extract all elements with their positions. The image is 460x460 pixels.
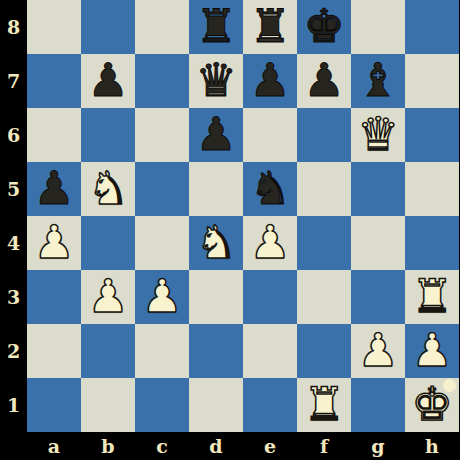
rank-label-1: 1 <box>0 378 27 432</box>
square-f5[interactable] <box>297 162 351 216</box>
file-label-c: c <box>135 432 189 460</box>
rank-label-2: 2 <box>0 324 27 378</box>
square-h5[interactable] <box>405 162 459 216</box>
square-h3[interactable]: ♜︎ <box>405 270 459 324</box>
black-knight-e5[interactable]: ♞︎ <box>249 165 290 211</box>
white-rook-h3[interactable]: ♜︎ <box>411 273 452 319</box>
black-rook-e8[interactable]: ♜︎ <box>249 3 290 49</box>
file-label-a: a <box>27 432 81 460</box>
white-pawn-c3[interactable]: ♟︎ <box>141 273 182 319</box>
square-g3[interactable] <box>351 270 405 324</box>
square-h7[interactable] <box>405 54 459 108</box>
square-g6[interactable]: ♛︎ <box>351 108 405 162</box>
white-knight-d4[interactable]: ♞︎ <box>195 219 236 265</box>
square-b6[interactable] <box>81 108 135 162</box>
rank-label-4: 4 <box>0 216 27 270</box>
file-label-d: d <box>189 432 243 460</box>
white-pawn-g2[interactable]: ♟︎ <box>357 327 398 373</box>
white-pawn-e4[interactable]: ♟︎ <box>249 219 290 265</box>
square-a1[interactable] <box>27 378 81 432</box>
black-pawn-b7[interactable]: ♟︎ <box>87 57 128 103</box>
square-c1[interactable] <box>135 378 189 432</box>
square-e8[interactable]: ♜︎ <box>243 0 297 54</box>
square-e5[interactable]: ♞︎ <box>243 162 297 216</box>
square-a4[interactable]: ♟︎ <box>27 216 81 270</box>
square-a2[interactable] <box>27 324 81 378</box>
square-h6[interactable] <box>405 108 459 162</box>
square-f3[interactable] <box>297 270 351 324</box>
rank-label-5: 5 <box>0 162 27 216</box>
square-c8[interactable] <box>135 0 189 54</box>
square-b2[interactable] <box>81 324 135 378</box>
square-e3[interactable] <box>243 270 297 324</box>
square-f8[interactable]: ♚︎ <box>297 0 351 54</box>
square-f4[interactable] <box>297 216 351 270</box>
square-d1[interactable] <box>189 378 243 432</box>
file-label-h: h <box>405 432 459 460</box>
square-d6[interactable]: ♟︎ <box>189 108 243 162</box>
rank-label-6: 6 <box>0 108 27 162</box>
square-g1[interactable] <box>351 378 405 432</box>
square-a8[interactable] <box>27 0 81 54</box>
rank-label-8: 8 <box>0 0 27 54</box>
black-pawn-d6[interactable]: ♟︎ <box>195 111 236 157</box>
black-pawn-a5[interactable]: ♟︎ <box>33 165 74 211</box>
black-queen-d7[interactable]: ♛︎ <box>195 57 236 103</box>
square-b3[interactable]: ♟︎ <box>81 270 135 324</box>
square-e6[interactable] <box>243 108 297 162</box>
square-b4[interactable] <box>81 216 135 270</box>
chess-board: ♜︎♜︎♚︎♟︎♛︎♟︎♟︎♝︎♟︎♛︎♟︎♞︎♞︎♟︎♞︎♟︎♟︎♟︎♜︎♟︎… <box>27 0 459 432</box>
rank-label-7: 7 <box>0 54 27 108</box>
square-h4[interactable] <box>405 216 459 270</box>
square-c7[interactable] <box>135 54 189 108</box>
square-g5[interactable] <box>351 162 405 216</box>
square-d2[interactable] <box>189 324 243 378</box>
square-c2[interactable] <box>135 324 189 378</box>
white-rook-f1[interactable]: ♜︎ <box>303 381 344 427</box>
square-e2[interactable] <box>243 324 297 378</box>
square-c5[interactable] <box>135 162 189 216</box>
file-label-g: g <box>351 432 405 460</box>
file-label-f: f <box>297 432 351 460</box>
white-pawn-h2[interactable]: ♟︎ <box>411 327 452 373</box>
square-g7[interactable]: ♝︎ <box>351 54 405 108</box>
black-pawn-f7[interactable]: ♟︎ <box>303 57 344 103</box>
square-a7[interactable] <box>27 54 81 108</box>
square-d7[interactable]: ♛︎ <box>189 54 243 108</box>
square-f2[interactable] <box>297 324 351 378</box>
square-g2[interactable]: ♟︎ <box>351 324 405 378</box>
square-b8[interactable] <box>81 0 135 54</box>
square-c4[interactable] <box>135 216 189 270</box>
square-f7[interactable]: ♟︎ <box>297 54 351 108</box>
square-g8[interactable] <box>351 0 405 54</box>
white-queen-g6[interactable]: ♛︎ <box>357 111 398 157</box>
white-to-move-indicator <box>443 379 456 392</box>
square-f6[interactable] <box>297 108 351 162</box>
square-c6[interactable] <box>135 108 189 162</box>
square-d3[interactable] <box>189 270 243 324</box>
black-pawn-e7[interactable]: ♟︎ <box>249 57 290 103</box>
square-h2[interactable]: ♟︎ <box>405 324 459 378</box>
black-bishop-g7[interactable]: ♝︎ <box>357 57 398 103</box>
square-e4[interactable]: ♟︎ <box>243 216 297 270</box>
black-king-f8[interactable]: ♚︎ <box>303 3 344 49</box>
square-e7[interactable]: ♟︎ <box>243 54 297 108</box>
file-label-e: e <box>243 432 297 460</box>
white-pawn-b3[interactable]: ♟︎ <box>87 273 128 319</box>
white-knight-b5[interactable]: ♞︎ <box>87 165 128 211</box>
square-d8[interactable]: ♜︎ <box>189 0 243 54</box>
square-c3[interactable]: ♟︎ <box>135 270 189 324</box>
square-b7[interactable]: ♟︎ <box>81 54 135 108</box>
square-a3[interactable] <box>27 270 81 324</box>
square-d5[interactable] <box>189 162 243 216</box>
chess-board-diagram: 87654321 ♜︎♜︎♚︎♟︎♛︎♟︎♟︎♝︎♟︎♛︎♟︎♞︎♞︎♟︎♞︎♟… <box>0 0 460 460</box>
square-f1[interactable]: ♜︎ <box>297 378 351 432</box>
black-rook-d8[interactable]: ♜︎ <box>195 3 236 49</box>
square-h8[interactable] <box>405 0 459 54</box>
square-e1[interactable] <box>243 378 297 432</box>
square-a6[interactable] <box>27 108 81 162</box>
file-label-b: b <box>81 432 135 460</box>
square-b1[interactable] <box>81 378 135 432</box>
square-g4[interactable] <box>351 216 405 270</box>
square-d4[interactable]: ♞︎ <box>189 216 243 270</box>
square-a5[interactable]: ♟︎ <box>27 162 81 216</box>
white-pawn-a4[interactable]: ♟︎ <box>33 219 74 265</box>
rank-label-3: 3 <box>0 270 27 324</box>
square-b5[interactable]: ♞︎ <box>81 162 135 216</box>
